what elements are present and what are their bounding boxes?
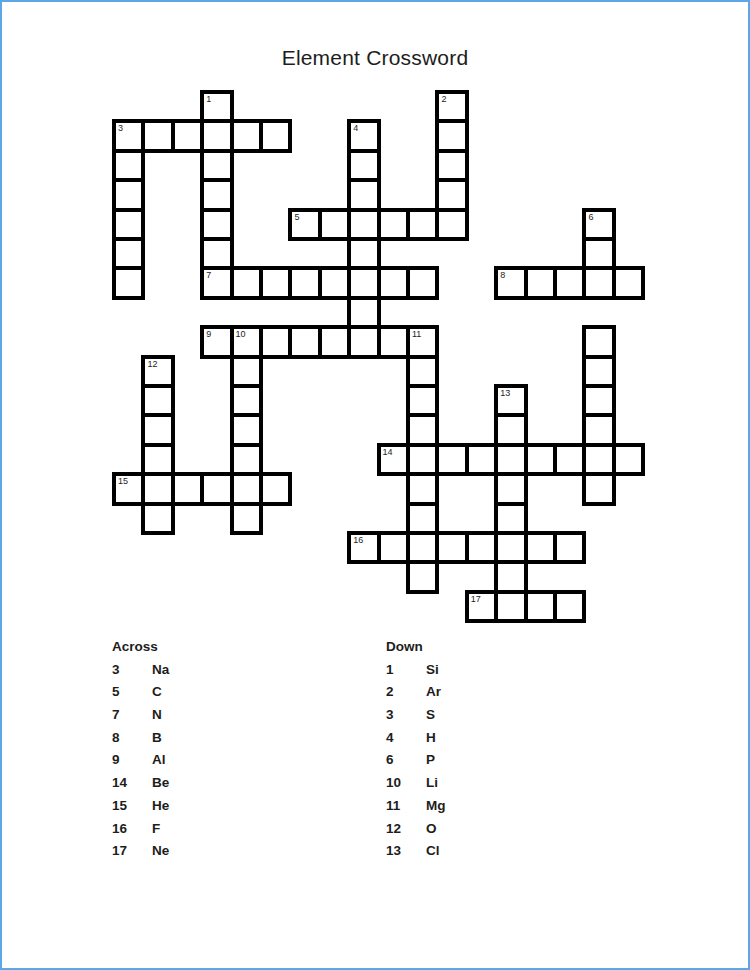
grid-cell[interactable] <box>318 325 351 358</box>
grid-cell[interactable] <box>230 443 263 476</box>
grid-cell[interactable] <box>141 413 174 446</box>
grid-cell[interactable]: 8 <box>494 266 527 299</box>
clue-text: Ne <box>152 843 169 858</box>
clue-item: 3S <box>386 704 446 727</box>
clue-text: B <box>152 730 162 745</box>
clue-item: 16F <box>112 818 169 841</box>
cell-number: 5 <box>294 212 299 222</box>
grid-cell[interactable] <box>435 178 468 211</box>
clue-number: 11 <box>386 795 426 818</box>
grid-cell[interactable]: 11 <box>406 325 439 358</box>
clue-item: 5C <box>112 681 169 704</box>
clue-number: 17 <box>112 840 152 863</box>
clue-number: 5 <box>112 681 152 704</box>
clue-text: Na <box>152 662 169 677</box>
grid-cell[interactable]: 7 <box>200 266 233 299</box>
clue-item: 7N <box>112 704 169 727</box>
grid-cell[interactable]: 4 <box>347 119 380 152</box>
clue-number: 1 <box>386 659 426 682</box>
clue-number: 3 <box>386 704 426 727</box>
down-clues: Down 1Si2Ar3S4H6P10Li11Mg12O13Cl <box>386 636 446 863</box>
clue-text: P <box>426 752 435 767</box>
clue-item: 12O <box>386 818 446 841</box>
grid-cell[interactable]: 17 <box>465 590 498 623</box>
clue-item: 9Al <box>112 749 169 772</box>
clue-number: 14 <box>112 772 152 795</box>
grid-cell[interactable]: 16 <box>347 531 380 564</box>
clue-text: Ar <box>426 684 441 699</box>
cell-number: 11 <box>412 329 421 339</box>
grid-cell[interactable] <box>494 590 527 623</box>
grid-cell[interactable] <box>612 266 645 299</box>
cell-number: 2 <box>441 94 446 104</box>
clue-number: 13 <box>386 840 426 863</box>
grid-cell[interactable] <box>406 560 439 593</box>
grid-cell[interactable] <box>582 413 615 446</box>
clue-number: 12 <box>386 818 426 841</box>
grid-cell[interactable] <box>259 119 292 152</box>
cell-number: 4 <box>353 123 358 133</box>
grid-cell[interactable]: 14 <box>377 443 410 476</box>
grid-cell[interactable] <box>524 531 557 564</box>
grid-cell[interactable] <box>288 325 321 358</box>
grid-cell[interactable] <box>553 443 586 476</box>
cell-number: 15 <box>118 476 128 486</box>
grid-cell[interactable] <box>230 384 263 417</box>
grid-cell[interactable]: 6 <box>582 208 615 241</box>
puzzle-title: Element Crossword <box>2 46 748 70</box>
grid-cell[interactable] <box>612 443 645 476</box>
grid-cell[interactable]: 5 <box>288 208 321 241</box>
clue-item: 13Cl <box>386 840 446 863</box>
grid-cell[interactable] <box>171 472 204 505</box>
clue-item: 2Ar <box>386 681 446 704</box>
clue-number: 8 <box>112 727 152 750</box>
cell-number: 1 <box>206 94 211 104</box>
across-header: Across <box>112 636 169 659</box>
grid-cell[interactable] <box>582 237 615 270</box>
grid-cell[interactable] <box>230 266 263 299</box>
clue-item: 17Ne <box>112 840 169 863</box>
cell-number: 8 <box>500 270 505 280</box>
cell-number: 16 <box>353 535 363 545</box>
grid-cell[interactable] <box>200 119 233 152</box>
grid-cell[interactable] <box>465 443 498 476</box>
grid-cell[interactable] <box>553 590 586 623</box>
clue-number: 2 <box>386 681 426 704</box>
grid-cell[interactable] <box>406 266 439 299</box>
grid-cell[interactable] <box>318 208 351 241</box>
grid-cell[interactable] <box>406 443 439 476</box>
grid-cell[interactable] <box>406 531 439 564</box>
cell-number: 6 <box>588 212 593 222</box>
grid-cell[interactable]: 9 <box>200 325 233 358</box>
grid-cell[interactable] <box>524 266 557 299</box>
grid-cell[interactable] <box>200 237 233 270</box>
grid-cell[interactable] <box>171 119 204 152</box>
clue-text: Cl <box>426 843 440 858</box>
cell-number: 3 <box>118 123 123 133</box>
grid-cell[interactable] <box>406 472 439 505</box>
grid-cell[interactable] <box>230 472 263 505</box>
clue-item: 6P <box>386 749 446 772</box>
clue-text: S <box>426 707 435 722</box>
cell-number: 17 <box>471 594 481 604</box>
clue-number: 6 <box>386 749 426 772</box>
grid-cell[interactable] <box>435 208 468 241</box>
cell-number: 14 <box>383 447 393 457</box>
clue-text: Al <box>152 752 166 767</box>
cell-number: 10 <box>236 329 246 339</box>
clue-text: H <box>426 730 436 745</box>
grid-cell[interactable] <box>318 266 351 299</box>
grid-cell[interactable] <box>141 119 174 152</box>
grid-cell[interactable]: 10 <box>230 325 263 358</box>
across-clues: Across 3Na5C7N8B9Al14Be15He16F17Ne <box>112 636 169 863</box>
grid-cell[interactable] <box>141 384 174 417</box>
grid-cell[interactable] <box>377 266 410 299</box>
grid-cell[interactable]: 13 <box>494 384 527 417</box>
grid-cell[interactable] <box>465 531 498 564</box>
cell-number: 9 <box>206 329 211 339</box>
clue-text: C <box>152 684 162 699</box>
clue-item: 4H <box>386 727 446 750</box>
grid-cell[interactable] <box>112 149 145 182</box>
clue-text: Mg <box>426 798 446 813</box>
grid-cell[interactable]: 15 <box>112 472 145 505</box>
grid-cell[interactable] <box>377 531 410 564</box>
grid-cell[interactable] <box>494 560 527 593</box>
grid-cell[interactable] <box>406 502 439 535</box>
grid-cell[interactable] <box>435 119 468 152</box>
grid-cell[interactable] <box>259 266 292 299</box>
down-header: Down <box>386 636 446 659</box>
grid-cell[interactable] <box>582 266 615 299</box>
grid-cell[interactable] <box>230 502 263 535</box>
grid-cell[interactable] <box>553 531 586 564</box>
grid-cell[interactable] <box>494 443 527 476</box>
grid-cell[interactable] <box>406 384 439 417</box>
grid-cell[interactable] <box>524 590 557 623</box>
grid-cell[interactable] <box>406 413 439 446</box>
clue-text: He <box>152 798 169 813</box>
grid-cell[interactable] <box>582 355 615 388</box>
grid-cell[interactable] <box>347 296 380 329</box>
grid-cell[interactable] <box>112 237 145 270</box>
grid-cell[interactable] <box>347 325 380 358</box>
cell-number: 7 <box>206 270 211 280</box>
clue-number: 15 <box>112 795 152 818</box>
clue-number: 4 <box>386 727 426 750</box>
page: Element Crossword 1234567891011121314151… <box>0 0 750 970</box>
grid-cell[interactable] <box>141 443 174 476</box>
grid-cell[interactable] <box>112 208 145 241</box>
grid-cell[interactable] <box>200 178 233 211</box>
grid-cell[interactable] <box>141 472 174 505</box>
clue-item: 10Li <box>386 772 446 795</box>
clue-text: N <box>152 707 162 722</box>
grid-cell[interactable] <box>582 443 615 476</box>
clue-text: Si <box>426 662 439 677</box>
grid-cell[interactable] <box>582 325 615 358</box>
grid-cell[interactable] <box>200 208 233 241</box>
clue-number: 3 <box>112 659 152 682</box>
clue-item: 15He <box>112 795 169 818</box>
clue-item: 1Si <box>386 659 446 682</box>
grid-cell[interactable] <box>435 531 468 564</box>
clue-text: F <box>152 821 160 836</box>
grid-cell[interactable] <box>435 443 468 476</box>
clue-number: 7 <box>112 704 152 727</box>
grid-cell[interactable] <box>230 355 263 388</box>
cell-number: 12 <box>147 359 157 369</box>
clue-item: 11Mg <box>386 795 446 818</box>
grid-cell[interactable]: 12 <box>141 355 174 388</box>
grid-cell[interactable] <box>347 208 380 241</box>
grid-cell[interactable] <box>435 149 468 182</box>
clue-text: O <box>426 821 437 836</box>
grid-cell[interactable] <box>377 325 410 358</box>
grid-cell[interactable] <box>347 178 380 211</box>
grid-cell[interactable] <box>200 472 233 505</box>
crossword-grid: 1234567891011121314151617 <box>112 90 646 712</box>
clue-text: Be <box>152 775 169 790</box>
grid-cell[interactable] <box>494 413 527 446</box>
grid-cell[interactable] <box>494 472 527 505</box>
grid-cell[interactable]: 2 <box>435 90 468 123</box>
grid-cell[interactable] <box>347 266 380 299</box>
grid-cell[interactable] <box>112 178 145 211</box>
clue-item: 3Na <box>112 659 169 682</box>
clue-item: 8B <box>112 727 169 750</box>
grid-cell[interactable]: 1 <box>200 90 233 123</box>
clue-number: 16 <box>112 818 152 841</box>
grid-cell[interactable] <box>200 149 233 182</box>
clue-item: 14Be <box>112 772 169 795</box>
grid-cell[interactable] <box>582 472 615 505</box>
clue-number: 10 <box>386 772 426 795</box>
grid-cell[interactable] <box>553 266 586 299</box>
grid-cell[interactable] <box>347 237 380 270</box>
grid-cell[interactable]: 3 <box>112 119 145 152</box>
clue-number: 9 <box>112 749 152 772</box>
grid-cell[interactable] <box>230 119 263 152</box>
grid-cell[interactable] <box>112 266 145 299</box>
grid-cell[interactable] <box>406 355 439 388</box>
grid-cell[interactable] <box>141 502 174 535</box>
grid-cell[interactable] <box>288 266 321 299</box>
grid-cell[interactable] <box>524 443 557 476</box>
grid-cell[interactable] <box>347 149 380 182</box>
cell-number: 13 <box>500 388 510 398</box>
clue-text: Li <box>426 775 438 790</box>
grid-cell[interactable] <box>494 531 527 564</box>
grid-cell[interactable] <box>406 208 439 241</box>
grid-cell[interactable] <box>230 413 263 446</box>
grid-cell[interactable] <box>377 208 410 241</box>
grid-cell[interactable] <box>494 502 527 535</box>
grid-cell[interactable] <box>259 325 292 358</box>
grid-cell[interactable] <box>582 384 615 417</box>
grid-cell[interactable] <box>259 472 292 505</box>
